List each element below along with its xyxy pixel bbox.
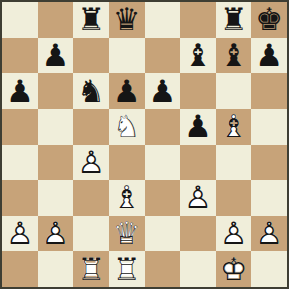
white-pawn-outline: ♙ bbox=[220, 218, 248, 249]
square-e3[interactable] bbox=[145, 180, 181, 216]
white-pawn-outline: ♙ bbox=[42, 218, 70, 249]
square-h4[interactable] bbox=[251, 145, 287, 181]
white-pawn-piece[interactable]: ♟♙ bbox=[184, 182, 212, 213]
square-e4[interactable] bbox=[145, 145, 181, 181]
black-bishop-piece[interactable]: ♝ bbox=[220, 40, 248, 71]
white-bishop-piece[interactable]: ♝♗ bbox=[113, 182, 141, 213]
square-b7[interactable]: ♟ bbox=[38, 38, 74, 74]
square-f4[interactable] bbox=[180, 145, 216, 181]
white-pawn-piece[interactable]: ♟♙ bbox=[77, 147, 105, 178]
square-d5[interactable]: ♞♘ bbox=[109, 109, 145, 145]
square-g8[interactable]: ♜ bbox=[216, 2, 252, 38]
square-c2[interactable] bbox=[73, 216, 109, 252]
square-c1[interactable]: ♜♖ bbox=[73, 251, 109, 287]
white-pawn-piece[interactable]: ♟♙ bbox=[42, 218, 70, 249]
square-h6[interactable] bbox=[251, 73, 287, 109]
black-pawn-piece[interactable]: ♟ bbox=[184, 111, 212, 142]
black-bishop-piece[interactable]: ♝ bbox=[184, 40, 212, 71]
white-pawn-piece[interactable]: ♟♙ bbox=[6, 218, 34, 249]
square-a8[interactable] bbox=[2, 2, 38, 38]
white-king-piece[interactable]: ♚♔ bbox=[220, 254, 248, 285]
square-a3[interactable] bbox=[2, 180, 38, 216]
square-e6[interactable]: ♟ bbox=[145, 73, 181, 109]
square-f5[interactable]: ♟ bbox=[180, 109, 216, 145]
square-a1[interactable] bbox=[2, 251, 38, 287]
square-h8[interactable]: ♚ bbox=[251, 2, 287, 38]
square-b3[interactable] bbox=[38, 180, 74, 216]
square-f3[interactable]: ♟♙ bbox=[180, 180, 216, 216]
white-bishop-piece[interactable]: ♝♗ bbox=[220, 111, 248, 142]
white-bishop-outline: ♗ bbox=[113, 182, 141, 213]
square-e7[interactable] bbox=[145, 38, 181, 74]
white-pawn-outline: ♙ bbox=[184, 182, 212, 213]
black-rook-piece[interactable]: ♜ bbox=[77, 4, 105, 35]
square-e2[interactable] bbox=[145, 216, 181, 252]
square-g4[interactable] bbox=[216, 145, 252, 181]
square-g5[interactable]: ♝♗ bbox=[216, 109, 252, 145]
white-rook-outline: ♖ bbox=[113, 254, 141, 285]
square-a2[interactable]: ♟♙ bbox=[2, 216, 38, 252]
square-a4[interactable] bbox=[2, 145, 38, 181]
white-queen-piece[interactable]: ♛♕ bbox=[113, 218, 141, 249]
black-rook-piece[interactable]: ♜ bbox=[220, 4, 248, 35]
square-g6[interactable] bbox=[216, 73, 252, 109]
white-knight-outline: ♘ bbox=[113, 111, 141, 142]
square-g3[interactable] bbox=[216, 180, 252, 216]
square-f7[interactable]: ♝ bbox=[180, 38, 216, 74]
white-knight-piece[interactable]: ♞♘ bbox=[113, 111, 141, 142]
white-rook-piece[interactable]: ♜♖ bbox=[113, 254, 141, 285]
square-a6[interactable]: ♟ bbox=[2, 73, 38, 109]
square-b4[interactable] bbox=[38, 145, 74, 181]
square-e1[interactable] bbox=[145, 251, 181, 287]
square-b5[interactable] bbox=[38, 109, 74, 145]
square-h3[interactable] bbox=[251, 180, 287, 216]
black-knight-piece[interactable]: ♞ bbox=[77, 76, 105, 107]
square-b8[interactable] bbox=[38, 2, 74, 38]
square-c6[interactable]: ♞ bbox=[73, 73, 109, 109]
chess-board: ♜♛♜♚♟♝♝♟♟♞♟♟♞♘♟♝♗♟♙♝♗♟♙♟♙♟♙♛♕♟♙♟♙♜♖♜♖♚♔ bbox=[0, 0, 289, 289]
white-bishop-outline: ♗ bbox=[220, 111, 248, 142]
white-pawn-piece[interactable]: ♟♙ bbox=[255, 218, 283, 249]
white-king-outline: ♔ bbox=[220, 254, 248, 285]
square-d6[interactable]: ♟ bbox=[109, 73, 145, 109]
square-g2[interactable]: ♟♙ bbox=[216, 216, 252, 252]
white-queen-outline: ♕ bbox=[113, 218, 141, 249]
square-e8[interactable] bbox=[145, 2, 181, 38]
white-rook-outline: ♖ bbox=[77, 254, 105, 285]
square-e5[interactable] bbox=[145, 109, 181, 145]
square-g1[interactable]: ♚♔ bbox=[216, 251, 252, 287]
square-h7[interactable]: ♟ bbox=[251, 38, 287, 74]
black-pawn-piece[interactable]: ♟ bbox=[148, 76, 176, 107]
square-h5[interactable] bbox=[251, 109, 287, 145]
black-pawn-piece[interactable]: ♟ bbox=[255, 40, 283, 71]
square-a5[interactable] bbox=[2, 109, 38, 145]
black-pawn-piece[interactable]: ♟ bbox=[6, 76, 34, 107]
square-h1[interactable] bbox=[251, 251, 287, 287]
square-d4[interactable] bbox=[109, 145, 145, 181]
square-b1[interactable] bbox=[38, 251, 74, 287]
white-rook-piece[interactable]: ♜♖ bbox=[77, 254, 105, 285]
square-d1[interactable]: ♜♖ bbox=[109, 251, 145, 287]
square-d7[interactable] bbox=[109, 38, 145, 74]
square-c8[interactable]: ♜ bbox=[73, 2, 109, 38]
square-h2[interactable]: ♟♙ bbox=[251, 216, 287, 252]
black-queen-piece[interactable]: ♛ bbox=[113, 4, 141, 35]
square-b2[interactable]: ♟♙ bbox=[38, 216, 74, 252]
black-king-piece[interactable]: ♚ bbox=[255, 4, 283, 35]
square-g7[interactable]: ♝ bbox=[216, 38, 252, 74]
white-pawn-piece[interactable]: ♟♙ bbox=[220, 218, 248, 249]
square-f1[interactable] bbox=[180, 251, 216, 287]
square-f2[interactable] bbox=[180, 216, 216, 252]
square-c7[interactable] bbox=[73, 38, 109, 74]
black-pawn-piece[interactable]: ♟ bbox=[42, 40, 70, 71]
square-c3[interactable] bbox=[73, 180, 109, 216]
square-b6[interactable] bbox=[38, 73, 74, 109]
square-f6[interactable] bbox=[180, 73, 216, 109]
black-pawn-piece[interactable]: ♟ bbox=[113, 76, 141, 107]
square-d3[interactable]: ♝♗ bbox=[109, 180, 145, 216]
white-pawn-outline: ♙ bbox=[255, 218, 283, 249]
square-d8[interactable]: ♛ bbox=[109, 2, 145, 38]
white-pawn-outline: ♙ bbox=[77, 147, 105, 178]
square-f8[interactable] bbox=[180, 2, 216, 38]
white-pawn-outline: ♙ bbox=[6, 218, 34, 249]
square-c4[interactable]: ♟♙ bbox=[73, 145, 109, 181]
square-a7[interactable] bbox=[2, 38, 38, 74]
square-d2[interactable]: ♛♕ bbox=[109, 216, 145, 252]
square-c5[interactable] bbox=[73, 109, 109, 145]
